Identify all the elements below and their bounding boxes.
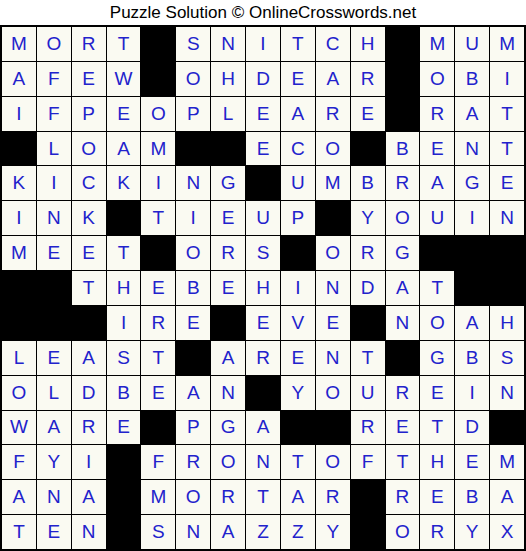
letter-cell-r11c15: N (490, 376, 524, 410)
letter-cell-r7c8: S (246, 236, 280, 270)
letter-cell-r1c2: O (37, 27, 71, 61)
letter-cell-r3c14: A (455, 97, 489, 131)
letter-cell-r1c7: N (211, 27, 245, 61)
block-cell-r10c12 (386, 341, 420, 375)
letter-cell-r10c2: E (37, 341, 71, 375)
letter-cell-r2c9: E (281, 62, 315, 96)
letter-cell-r2c8: D (246, 62, 280, 96)
block-cell-r9c11 (351, 306, 385, 340)
letter-cell-r10c5: T (141, 341, 175, 375)
block-cell-r12c5 (141, 411, 175, 445)
letter-cell-r7c1: M (2, 236, 36, 270)
letter-cell-r3c3: P (72, 97, 106, 131)
block-cell-r12c15 (490, 411, 524, 445)
block-cell-r6c10 (316, 201, 350, 235)
letter-cell-r4c4: A (107, 132, 141, 166)
letter-cell-r14c9: A (281, 480, 315, 514)
block-cell-r8c2 (37, 271, 71, 305)
block-cell-r12c10 (316, 411, 350, 445)
block-cell-r1c12 (386, 27, 420, 61)
letter-cell-r5c14: G (455, 166, 489, 200)
letter-cell-r7c12: G (386, 236, 420, 270)
letter-cell-r14c6: O (176, 480, 210, 514)
letter-cell-r13c15: M (490, 445, 524, 479)
block-cell-r10c6 (176, 341, 210, 375)
letter-cell-r1c1: M (2, 27, 36, 61)
letter-cell-r14c7: R (211, 480, 245, 514)
letter-cell-r6c6: I (176, 201, 210, 235)
letter-cell-r2c4: W (107, 62, 141, 96)
letter-cell-r14c2: N (37, 480, 71, 514)
block-cell-r7c9 (281, 236, 315, 270)
letter-cell-r11c4: B (107, 376, 141, 410)
letter-cell-r6c15: N (490, 201, 524, 235)
letter-cell-r7c2: E (37, 236, 71, 270)
letter-cell-r9c13: O (420, 306, 454, 340)
letter-cell-r11c13: E (420, 376, 454, 410)
letter-cell-r15c3: N (72, 515, 106, 549)
letter-cell-r3c5: O (141, 97, 175, 131)
letter-cell-r2c2: F (37, 62, 71, 96)
puzzle-solution-page: Puzzle Solution © OnlineCrosswords.net M… (0, 0, 526, 551)
block-cell-r4c11 (351, 132, 385, 166)
letter-cell-r13c1: F (2, 445, 36, 479)
letter-cell-r3c6: P (176, 97, 210, 131)
letter-cell-r14c13: E (420, 480, 454, 514)
block-cell-r8c14 (455, 271, 489, 305)
letter-cell-r4c14: N (455, 132, 489, 166)
block-cell-r9c3 (72, 306, 106, 340)
letter-cell-r13c5: F (141, 445, 175, 479)
letter-cell-r10c4: S (107, 341, 141, 375)
letter-cell-r15c15: X (490, 515, 524, 549)
letter-cell-r10c10: N (316, 341, 350, 375)
letter-cell-r7c4: T (107, 236, 141, 270)
letter-cell-r12c6: P (176, 411, 210, 445)
block-cell-r15c4 (107, 515, 141, 549)
letter-cell-r2c3: E (72, 62, 106, 96)
letter-cell-r14c3: A (72, 480, 106, 514)
letter-cell-r7c7: R (211, 236, 245, 270)
block-cell-r9c1 (2, 306, 36, 340)
block-cell-r4c1 (2, 132, 36, 166)
letter-cell-r15c5: S (141, 515, 175, 549)
block-cell-r9c7 (211, 306, 245, 340)
letter-cell-r12c3: R (72, 411, 106, 445)
letter-cell-r12c11: R (351, 411, 385, 445)
letter-cell-r6c12: O (386, 201, 420, 235)
letter-cell-r2c14: B (455, 62, 489, 96)
letter-cell-r12c7: G (211, 411, 245, 445)
letter-cell-r15c14: Y (455, 515, 489, 549)
letter-cell-r2c11: R (351, 62, 385, 96)
letter-cell-r6c9: P (281, 201, 315, 235)
letter-cell-r13c11: F (351, 445, 385, 479)
letter-cell-r3c10: R (316, 97, 350, 131)
letter-cell-r15c8: Z (246, 515, 280, 549)
letter-cell-r6c7: E (211, 201, 245, 235)
letter-cell-r13c13: H (420, 445, 454, 479)
letter-cell-r15c9: Z (281, 515, 315, 549)
letter-cell-r3c4: E (107, 97, 141, 131)
letter-cell-r15c13: R (420, 515, 454, 549)
block-cell-r9c2 (37, 306, 71, 340)
letter-cell-r1c6: S (176, 27, 210, 61)
block-cell-r8c15 (490, 271, 524, 305)
letter-cell-r4c3: O (72, 132, 106, 166)
letter-cell-r5c13: A (420, 166, 454, 200)
block-cell-r2c12 (386, 62, 420, 96)
letter-cell-r8c6: B (176, 271, 210, 305)
letter-cell-r8c13: T (420, 271, 454, 305)
block-cell-r8c1 (2, 271, 36, 305)
letter-cell-r11c5: E (141, 376, 175, 410)
letter-cell-r14c15: A (490, 480, 524, 514)
letter-cell-r15c2: E (37, 515, 71, 549)
letter-cell-r2c7: H (211, 62, 245, 96)
letter-cell-r15c1: T (2, 515, 36, 549)
letter-cell-r9c10: E (316, 306, 350, 340)
block-cell-r7c13 (420, 236, 454, 270)
letter-cell-r1c3: R (72, 27, 106, 61)
letter-cell-r2c13: O (420, 62, 454, 96)
letter-cell-r6c3: K (72, 201, 106, 235)
block-cell-r14c4 (107, 480, 141, 514)
letter-cell-r3c15: T (490, 97, 524, 131)
letter-cell-r10c14: B (455, 341, 489, 375)
letter-cell-r2c15: I (490, 62, 524, 96)
letter-cell-r2c6: O (176, 62, 210, 96)
letter-cell-r9c9: V (281, 306, 315, 340)
letter-cell-r5c6: N (176, 166, 210, 200)
letter-cell-r8c7: E (211, 271, 245, 305)
letter-cell-r1c10: C (316, 27, 350, 61)
letter-cell-r3c2: F (37, 97, 71, 131)
letter-cell-r13c14: E (455, 445, 489, 479)
block-cell-r3c12 (386, 97, 420, 131)
letter-cell-r6c14: I (455, 201, 489, 235)
letter-cell-r1c4: T (107, 27, 141, 61)
letter-cell-r1c8: I (246, 27, 280, 61)
letter-cell-r12c8: A (246, 411, 280, 445)
letter-cell-r13c9: T (281, 445, 315, 479)
letter-cell-r4c12: B (386, 132, 420, 166)
letter-cell-r13c2: Y (37, 445, 71, 479)
letter-cell-r13c3: I (72, 445, 106, 479)
letter-cell-r11c3: D (72, 376, 106, 410)
letter-cell-r15c12: O (386, 515, 420, 549)
letter-cell-r11c6: A (176, 376, 210, 410)
letter-cell-r1c9: T (281, 27, 315, 61)
letter-cell-r12c1: W (2, 411, 36, 445)
letter-cell-r8c10: N (316, 271, 350, 305)
block-cell-r5c8 (246, 166, 280, 200)
letter-cell-r6c8: U (246, 201, 280, 235)
crossword-grid: MORTSNITCHMUMAFEWOHDEAROBIIFPEOPLEARERAT… (0, 25, 526, 551)
letter-cell-r8c4: H (107, 271, 141, 305)
letter-cell-r5c7: G (211, 166, 245, 200)
letter-cell-r12c4: E (107, 411, 141, 445)
letter-cell-r9c4: I (107, 306, 141, 340)
letter-cell-r4c8: E (246, 132, 280, 166)
letter-cell-r13c8: N (246, 445, 280, 479)
block-cell-r12c9 (281, 411, 315, 445)
letter-cell-r12c14: D (455, 411, 489, 445)
letter-cell-r8c9: I (281, 271, 315, 305)
letter-cell-r7c10: O (316, 236, 350, 270)
letter-cell-r6c1: I (2, 201, 36, 235)
letter-cell-r5c4: K (107, 166, 141, 200)
letter-cell-r14c8: T (246, 480, 280, 514)
letter-cell-r10c11: T (351, 341, 385, 375)
letter-cell-r11c1: O (2, 376, 36, 410)
block-cell-r13c4 (107, 445, 141, 479)
letter-cell-r14c12: R (386, 480, 420, 514)
letter-cell-r10c1: L (2, 341, 36, 375)
block-cell-r4c7 (211, 132, 245, 166)
letter-cell-r13c12: T (386, 445, 420, 479)
letter-cell-r8c12: A (386, 271, 420, 305)
letter-cell-r3c11: E (351, 97, 385, 131)
letter-cell-r11c2: L (37, 376, 71, 410)
letter-cell-r4c2: L (37, 132, 71, 166)
letter-cell-r6c13: U (420, 201, 454, 235)
block-cell-r7c15 (490, 236, 524, 270)
block-cell-r6c4 (107, 201, 141, 235)
letter-cell-r12c2: A (37, 411, 71, 445)
page-title: Puzzle Solution © OnlineCrosswords.net (0, 0, 526, 25)
letter-cell-r7c6: O (176, 236, 210, 270)
letter-cell-r6c11: Y (351, 201, 385, 235)
letter-cell-r11c10: O (316, 376, 350, 410)
letter-cell-r2c1: A (2, 62, 36, 96)
block-cell-r2c5 (141, 62, 175, 96)
letter-cell-r11c12: R (386, 376, 420, 410)
letter-cell-r1c13: M (420, 27, 454, 61)
letter-cell-r5c9: U (281, 166, 315, 200)
letter-cell-r7c11: R (351, 236, 385, 270)
block-cell-r1c5 (141, 27, 175, 61)
block-cell-r4c6 (176, 132, 210, 166)
letter-cell-r1c11: H (351, 27, 385, 61)
letter-cell-r4c15: T (490, 132, 524, 166)
letter-cell-r5c2: I (37, 166, 71, 200)
letter-cell-r4c5: M (141, 132, 175, 166)
letter-cell-r10c8: R (246, 341, 280, 375)
letter-cell-r4c10: O (316, 132, 350, 166)
letter-cell-r15c10: Y (316, 515, 350, 549)
block-cell-r11c8 (246, 376, 280, 410)
letter-cell-r4c9: C (281, 132, 315, 166)
block-cell-r15c11 (351, 515, 385, 549)
letter-cell-r9c5: R (141, 306, 175, 340)
letter-cell-r5c15: E (490, 166, 524, 200)
letter-cell-r5c5: I (141, 166, 175, 200)
letter-cell-r9c8: E (246, 306, 280, 340)
letter-cell-r14c10: R (316, 480, 350, 514)
letter-cell-r8c8: H (246, 271, 280, 305)
letter-cell-r10c7: A (211, 341, 245, 375)
letter-cell-r7c3: E (72, 236, 106, 270)
letter-cell-r5c3: C (72, 166, 106, 200)
letter-cell-r10c9: E (281, 341, 315, 375)
letter-cell-r15c7: A (211, 515, 245, 549)
letter-cell-r8c3: T (72, 271, 106, 305)
letter-cell-r6c5: T (141, 201, 175, 235)
letter-cell-r8c11: D (351, 271, 385, 305)
letter-cell-r5c10: M (316, 166, 350, 200)
letter-cell-r10c15: S (490, 341, 524, 375)
letter-cell-r1c15: M (490, 27, 524, 61)
letter-cell-r10c3: A (72, 341, 106, 375)
letter-cell-r14c14: B (455, 480, 489, 514)
block-cell-r7c5 (141, 236, 175, 270)
letter-cell-r12c12: E (386, 411, 420, 445)
letter-cell-r14c1: A (2, 480, 36, 514)
letter-cell-r13c10: O (316, 445, 350, 479)
letter-cell-r11c11: U (351, 376, 385, 410)
letter-cell-r1c14: U (455, 27, 489, 61)
letter-cell-r11c14: I (455, 376, 489, 410)
letter-cell-r10c13: G (420, 341, 454, 375)
letter-cell-r3c13: R (420, 97, 454, 131)
letter-cell-r3c9: A (281, 97, 315, 131)
letter-cell-r3c8: E (246, 97, 280, 131)
block-cell-r14c11 (351, 480, 385, 514)
letter-cell-r5c12: R (386, 166, 420, 200)
block-cell-r7c14 (455, 236, 489, 270)
letter-cell-r15c6: N (176, 515, 210, 549)
letter-cell-r14c5: M (141, 480, 175, 514)
letter-cell-r6c2: N (37, 201, 71, 235)
letter-cell-r4c13: E (420, 132, 454, 166)
letter-cell-r9c6: E (176, 306, 210, 340)
letter-cell-r3c7: L (211, 97, 245, 131)
letter-cell-r5c11: B (351, 166, 385, 200)
letter-cell-r8c5: E (141, 271, 175, 305)
letter-cell-r9c12: N (386, 306, 420, 340)
letter-cell-r3c1: I (2, 97, 36, 131)
letter-cell-r11c7: N (211, 376, 245, 410)
letter-cell-r13c7: O (211, 445, 245, 479)
letter-cell-r9c15: H (490, 306, 524, 340)
letter-cell-r5c1: K (2, 166, 36, 200)
letter-cell-r12c13: T (420, 411, 454, 445)
letter-cell-r11c9: Y (281, 376, 315, 410)
letter-cell-r2c10: A (316, 62, 350, 96)
letter-cell-r13c6: R (176, 445, 210, 479)
letter-cell-r9c14: A (455, 306, 489, 340)
